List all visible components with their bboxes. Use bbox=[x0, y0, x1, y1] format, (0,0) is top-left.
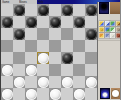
square-f8[interactable] bbox=[61, 4, 73, 16]
black-piece[interactable] bbox=[14, 5, 25, 16]
white-piece[interactable] bbox=[86, 77, 97, 88]
toolbar-icon-r2c1[interactable] bbox=[99, 27, 104, 32]
white-piece[interactable] bbox=[26, 65, 37, 76]
toolbar-icon-r3c3[interactable] bbox=[110, 33, 115, 38]
square-d4[interactable] bbox=[37, 52, 49, 64]
bottom-avatar-row bbox=[99, 88, 120, 99]
square-d2[interactable] bbox=[37, 76, 49, 88]
square-c4[interactable] bbox=[25, 52, 37, 64]
side-panel bbox=[98, 40, 120, 88]
white-piece[interactable] bbox=[50, 89, 61, 100]
square-c3[interactable] bbox=[25, 64, 37, 76]
black-piece[interactable] bbox=[62, 5, 73, 16]
square-c7[interactable] bbox=[25, 16, 37, 28]
square-f1[interactable] bbox=[61, 88, 73, 100]
square-d5[interactable] bbox=[37, 40, 49, 52]
square-g7[interactable] bbox=[73, 16, 85, 28]
square-h1[interactable] bbox=[85, 88, 97, 100]
square-h7[interactable] bbox=[85, 16, 97, 28]
game-clock bbox=[111, 88, 121, 99]
white-piece[interactable] bbox=[38, 53, 49, 64]
black-piece[interactable] bbox=[14, 29, 25, 40]
square-f7[interactable] bbox=[61, 16, 73, 28]
square-b6[interactable] bbox=[13, 28, 25, 40]
black-piece[interactable] bbox=[26, 17, 37, 28]
square-e6[interactable] bbox=[49, 28, 61, 40]
square-e8[interactable] bbox=[49, 4, 61, 16]
square-e5[interactable] bbox=[49, 40, 61, 52]
square-g3[interactable] bbox=[73, 64, 85, 76]
white-piece[interactable] bbox=[2, 65, 13, 76]
toolbar-icon-r2c2[interactable] bbox=[105, 27, 110, 32]
white-player-avatar bbox=[100, 88, 110, 99]
square-e1[interactable] bbox=[49, 88, 61, 100]
square-g2[interactable] bbox=[73, 76, 85, 88]
square-g5[interactable] bbox=[73, 40, 85, 52]
white-piece[interactable] bbox=[74, 89, 85, 100]
square-c1[interactable] bbox=[25, 88, 37, 100]
square-h5[interactable] bbox=[85, 40, 97, 52]
square-a1[interactable] bbox=[1, 88, 13, 100]
square-c5[interactable] bbox=[25, 40, 37, 52]
square-a4[interactable] bbox=[1, 52, 13, 64]
square-b1[interactable] bbox=[13, 88, 25, 100]
square-d6[interactable] bbox=[37, 28, 49, 40]
square-c8[interactable] bbox=[25, 4, 37, 16]
square-h6[interactable] bbox=[85, 28, 97, 40]
black-piece[interactable] bbox=[62, 53, 73, 64]
white-piece[interactable] bbox=[2, 89, 13, 100]
square-a7[interactable] bbox=[1, 16, 13, 28]
square-a6[interactable] bbox=[1, 28, 13, 40]
menu-item-game[interactable]: Game bbox=[2, 1, 9, 3]
black-piece[interactable] bbox=[74, 17, 85, 28]
square-g1[interactable] bbox=[73, 88, 85, 100]
square-g8[interactable] bbox=[73, 4, 85, 16]
top-avatar-row bbox=[98, 2, 120, 14]
square-e7[interactable] bbox=[49, 16, 61, 28]
square-e2[interactable] bbox=[49, 76, 61, 88]
toolbar-icon-r2c4[interactable] bbox=[116, 27, 121, 32]
toolbar-icon-r3c2[interactable] bbox=[105, 33, 110, 38]
menu-item-moves[interactable]: Moves bbox=[19, 1, 27, 3]
sidebar bbox=[97, 2, 120, 100]
square-h8[interactable] bbox=[85, 4, 97, 16]
square-a8[interactable] bbox=[1, 4, 13, 16]
square-b3[interactable] bbox=[13, 64, 25, 76]
square-b4[interactable] bbox=[13, 52, 25, 64]
white-piece[interactable] bbox=[62, 77, 73, 88]
square-b5[interactable] bbox=[13, 40, 25, 52]
toolbar-icon-r1c1[interactable] bbox=[99, 21, 104, 26]
board bbox=[1, 4, 97, 100]
square-h2[interactable] bbox=[85, 76, 97, 88]
square-f4[interactable] bbox=[61, 52, 73, 64]
black-piece[interactable] bbox=[86, 5, 97, 16]
window-left-border bbox=[0, 0, 1, 100]
black-piece[interactable] bbox=[38, 5, 49, 16]
square-d8[interactable] bbox=[37, 4, 49, 16]
square-b7[interactable] bbox=[13, 16, 25, 28]
toolbar-icon-r1c4[interactable] bbox=[116, 21, 121, 26]
square-h3[interactable] bbox=[85, 64, 97, 76]
square-a2[interactable] bbox=[1, 76, 13, 88]
checkers-app-window: GameMovesHelp bbox=[0, 0, 120, 100]
square-d3[interactable] bbox=[37, 64, 49, 76]
clock-icon bbox=[112, 90, 119, 97]
square-h4[interactable] bbox=[85, 52, 97, 64]
toolbar-icon-r3c1[interactable] bbox=[99, 33, 104, 38]
white-piece[interactable] bbox=[38, 77, 49, 88]
toolbar-icon-r2c3[interactable] bbox=[110, 27, 115, 32]
square-c2[interactable] bbox=[25, 76, 37, 88]
white-piece[interactable] bbox=[26, 89, 37, 100]
square-b2[interactable] bbox=[13, 76, 25, 88]
square-a5[interactable] bbox=[1, 40, 13, 52]
toolbar-icon-r1c2[interactable] bbox=[105, 21, 110, 26]
square-f3[interactable] bbox=[61, 64, 73, 76]
square-b8[interactable] bbox=[13, 4, 25, 16]
toolbar-icon-r1c3[interactable] bbox=[110, 21, 115, 26]
square-g4[interactable] bbox=[73, 52, 85, 64]
square-f6[interactable] bbox=[61, 28, 73, 40]
square-f2[interactable] bbox=[61, 76, 73, 88]
square-d7[interactable] bbox=[37, 16, 49, 28]
square-c6[interactable] bbox=[25, 28, 37, 40]
square-f5[interactable] bbox=[61, 40, 73, 52]
menu-item-help[interactable]: Help bbox=[38, 1, 44, 3]
square-e4[interactable] bbox=[49, 52, 61, 64]
toolbar-icon-r3c4[interactable] bbox=[116, 33, 121, 38]
black-piece[interactable] bbox=[86, 29, 97, 40]
white-piece[interactable] bbox=[14, 77, 25, 88]
black-piece[interactable] bbox=[50, 17, 61, 28]
black-piece[interactable] bbox=[2, 17, 13, 28]
square-e3[interactable] bbox=[49, 64, 61, 76]
square-d1[interactable] bbox=[37, 88, 49, 100]
square-g6[interactable] bbox=[73, 28, 85, 40]
square-a3[interactable] bbox=[1, 64, 13, 76]
toolbar bbox=[99, 21, 120, 38]
black-player-avatar bbox=[99, 2, 109, 14]
black-player-photo bbox=[110, 2, 120, 14]
